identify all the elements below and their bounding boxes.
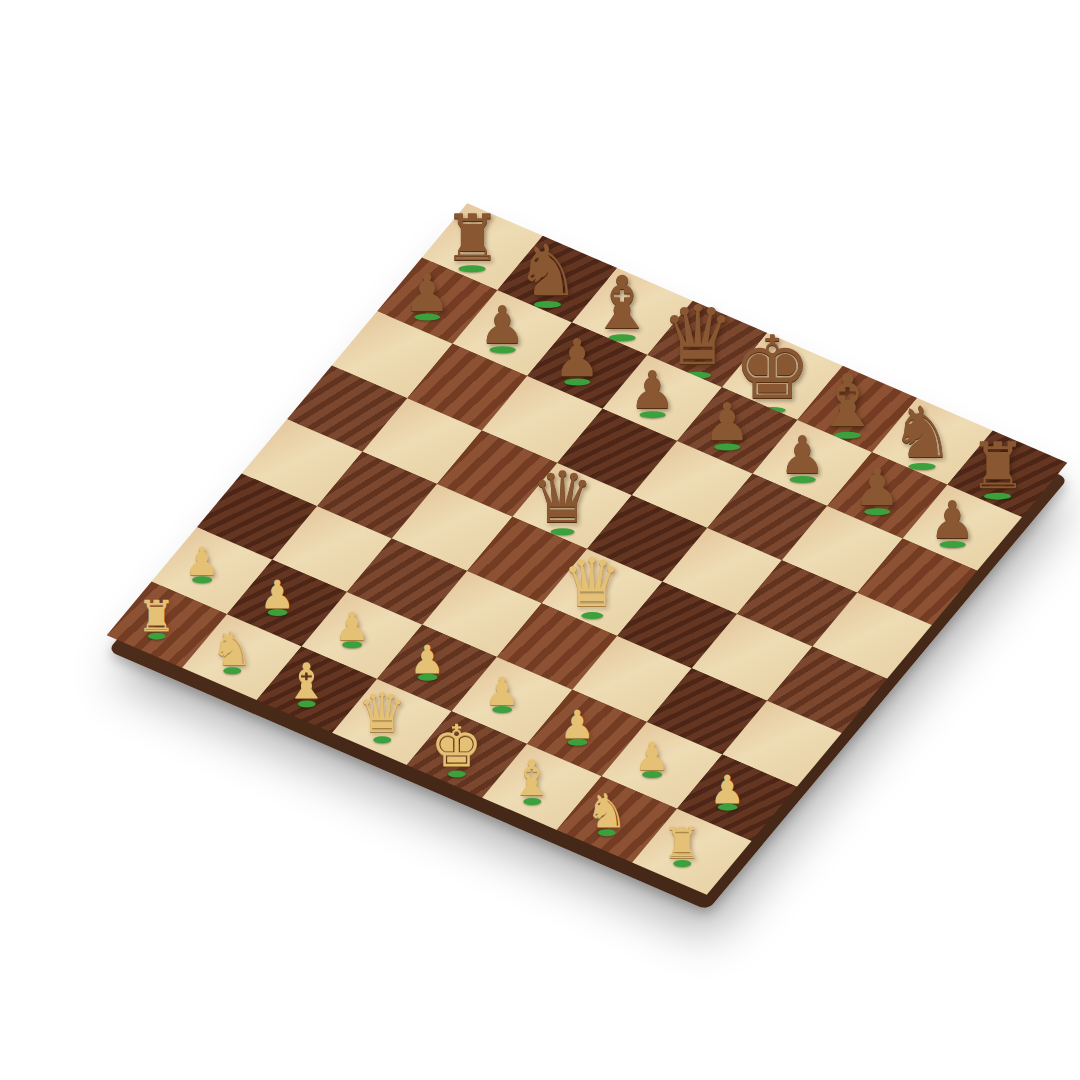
bishop-glyph: ♝: [285, 656, 329, 705]
rook-glyph: ♜: [663, 822, 702, 865]
knight-glyph: ♞: [586, 787, 628, 834]
pawn-glyph: ♟: [779, 428, 826, 480]
queen-glyph: ♛: [357, 686, 406, 741]
queen-glyph: ♛: [562, 550, 622, 617]
queen-glyph: ♛: [530, 462, 594, 533]
bishop-glyph: ♝: [510, 754, 554, 803]
pawn-glyph: ♟: [929, 493, 976, 545]
pawn-glyph: ♟: [554, 331, 601, 383]
king-glyph: ♚: [431, 717, 483, 775]
green-felt-base: [448, 770, 466, 777]
piece-white-rook-h1[interactable]: ♜: [638, 800, 726, 888]
pawn-glyph: ♟: [404, 266, 451, 318]
green-felt-base: [223, 667, 241, 674]
green-felt-base: [523, 798, 541, 805]
green-felt-base: [714, 443, 740, 450]
pawn-glyph: ♟: [629, 363, 676, 415]
green-felt-base: [373, 736, 391, 743]
photo-background: ♜♞♝♛♚♝♞♜♟♟♟♟♟♟♟♟♛♛♟♟♟♟♟♟♟♟♜♞♝♛♚♝♞♜: [0, 0, 1080, 1080]
green-felt-base: [489, 346, 515, 353]
pawn-glyph: ♟: [479, 299, 526, 351]
chessboard: ♜♞♝♛♚♝♞♜♟♟♟♟♟♟♟♟♛♛♟♟♟♟♟♟♟♟♜♞♝♛♚♝♞♜: [107, 203, 1068, 895]
green-felt-base: [639, 410, 665, 417]
green-felt-base: [598, 829, 616, 836]
knight-glyph: ♞: [211, 625, 253, 672]
pawn-glyph: ♟: [854, 461, 901, 513]
green-felt-base: [148, 633, 166, 640]
green-felt-base: [414, 313, 440, 320]
board-wrap: ♜♞♝♛♚♝♞♜♟♟♟♟♟♟♟♟♛♛♟♟♟♟♟♟♟♟♜♞♝♛♚♝♞♜: [107, 203, 1068, 895]
green-felt-base: [298, 700, 316, 707]
green-felt-base: [673, 860, 691, 867]
green-felt-base: [564, 378, 590, 385]
rook-glyph: ♜: [138, 595, 177, 638]
pawn-glyph: ♟: [704, 396, 751, 448]
green-felt-base: [939, 540, 965, 547]
green-felt-base: [789, 475, 815, 482]
green-felt-base: [864, 508, 890, 515]
